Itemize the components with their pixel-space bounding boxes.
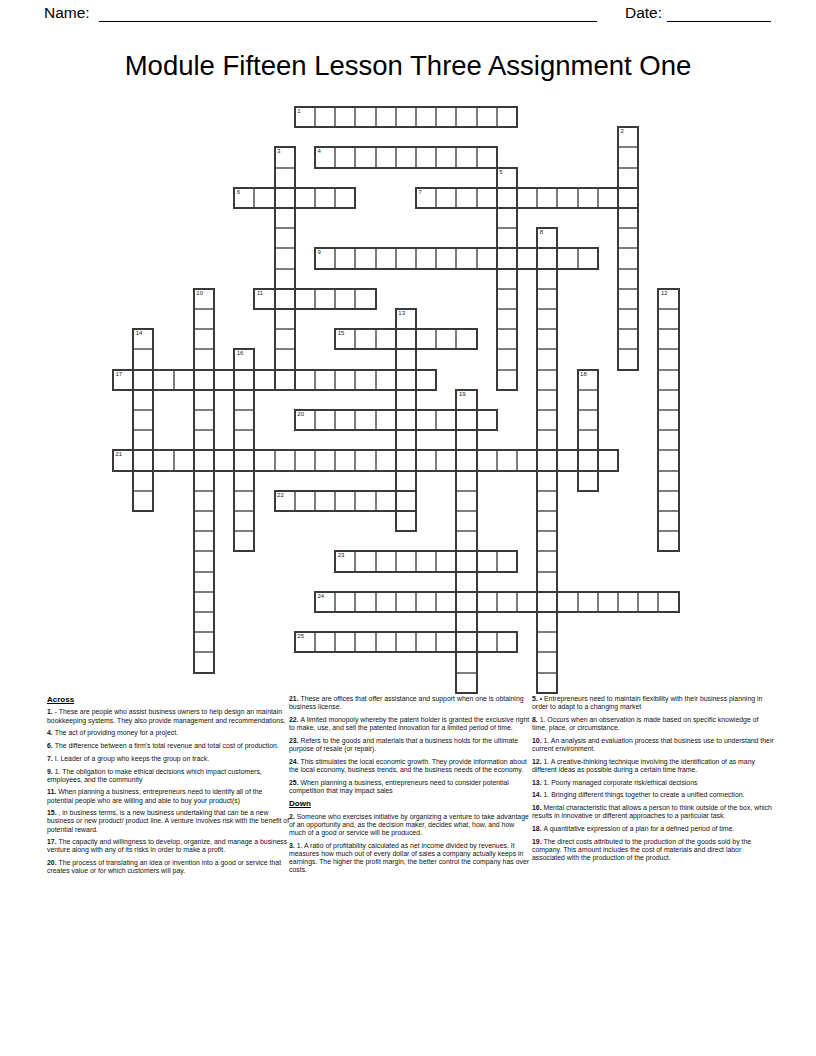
- clue-item: 25. When planning a business, entreprene…: [289, 779, 532, 795]
- grid-cell: [578, 188, 598, 208]
- grid-cell: [396, 107, 416, 127]
- grid-cell: [355, 592, 375, 612]
- grid-cell: [537, 572, 557, 592]
- grid-cell: [557, 188, 577, 208]
- grid-cell: [557, 592, 577, 612]
- grid-cell: [396, 450, 416, 470]
- grid-cell: [537, 632, 557, 652]
- cell-number: 16: [237, 350, 244, 357]
- grid-cell: [537, 269, 557, 289]
- cell-number: 12: [661, 290, 668, 297]
- clue-number: 11.: [47, 788, 58, 795]
- clue-number: 13.: [532, 779, 544, 786]
- grid-cell: [275, 349, 295, 369]
- cell-number: 2: [621, 128, 624, 135]
- grid-cell: [477, 248, 497, 268]
- grid-cell: [416, 551, 436, 571]
- grid-cell: [497, 309, 517, 329]
- clue-number: 6.: [47, 742, 55, 749]
- grid-cell: [275, 228, 295, 248]
- grid-cell: [214, 450, 234, 470]
- grid-cell: [194, 572, 214, 592]
- clue-number: 22.: [289, 716, 301, 723]
- cell-number: 4: [318, 148, 321, 155]
- clue-item: 8. 1. Occurs when an observation is made…: [532, 716, 775, 732]
- grid-cell: [477, 147, 497, 167]
- cell-number: 25: [297, 633, 304, 640]
- grid-cell: [416, 410, 436, 430]
- clue-number: 20.: [47, 859, 59, 866]
- grid-cell: [396, 390, 416, 410]
- grid-cell: [456, 551, 476, 571]
- grid-cell: [517, 450, 537, 470]
- grid-cell: [295, 491, 315, 511]
- grid-cell: [376, 329, 396, 349]
- grid-cell: [335, 450, 355, 470]
- grid-cell: [658, 511, 678, 531]
- grid-cell: [658, 592, 678, 612]
- grid-cell: [335, 248, 355, 268]
- grid-cell: [396, 147, 416, 167]
- grid-cell: [194, 390, 214, 410]
- grid-cell: [517, 188, 537, 208]
- grid-cell: [618, 147, 638, 167]
- grid-cell: [497, 632, 517, 652]
- grid-cell: [355, 248, 375, 268]
- grid-cell: [214, 370, 234, 390]
- grid-cell: [436, 551, 456, 571]
- clue-item: 14. 1. Bringing different things togethe…: [532, 791, 775, 799]
- grid-cell: [537, 390, 557, 410]
- cell-number: 21: [116, 451, 123, 458]
- clue-list-header: Down: [289, 799, 532, 808]
- grid-cell: [456, 652, 476, 672]
- grid-cell: [133, 390, 153, 410]
- clue-item: 15. , in business terms, is a new busine…: [47, 809, 290, 833]
- grid-cell: [537, 430, 557, 450]
- grid-cell: [477, 450, 497, 470]
- clue-number: 24.: [289, 758, 301, 765]
- grid-cell: [517, 248, 537, 268]
- grid-cell: 14: [133, 329, 153, 349]
- grid-cell: [315, 410, 335, 430]
- grid-cell: [436, 450, 456, 470]
- grid-cell: [355, 329, 375, 349]
- grid-cell: [133, 450, 153, 470]
- grid-cell: [618, 269, 638, 289]
- grid-cell: [658, 531, 678, 551]
- clue-number: 12.: [532, 758, 544, 765]
- grid-cell: [557, 248, 577, 268]
- clue-number: 18.: [532, 825, 544, 832]
- grid-cell: [537, 491, 557, 511]
- grid-cell: [275, 370, 295, 390]
- grid-cell: [537, 551, 557, 571]
- grid-cell: [537, 410, 557, 430]
- grid-cell: [436, 329, 456, 349]
- clue-number: 1.: [47, 708, 55, 715]
- grid-cell: 12: [658, 289, 678, 309]
- grid-cell: [497, 592, 517, 612]
- grid-cell: [658, 471, 678, 491]
- clue-item: 20. The process of translating an idea o…: [47, 859, 290, 875]
- grid-cell: [436, 248, 456, 268]
- grid-cell: 3: [275, 147, 295, 167]
- clue-item: 13. 1. Poorly managed corporate risk/eth…: [532, 779, 775, 787]
- clue-number: 17.: [47, 838, 59, 845]
- grid-cell: [618, 592, 638, 612]
- grid-cell: [275, 168, 295, 188]
- grid-cell: [456, 248, 476, 268]
- worksheet-page: Name: Date: Module Fifteen Lesson Three …: [0, 0, 816, 1056]
- grid-cell: [194, 612, 214, 632]
- grid-cell: [396, 491, 416, 511]
- grid-cell: [295, 370, 315, 390]
- grid-cell: [618, 248, 638, 268]
- clue-column-1: Across1. - These are people who assist b…: [47, 695, 290, 880]
- grid-cell: [275, 309, 295, 329]
- grid-cell: 6: [234, 188, 254, 208]
- grid-cell: [477, 551, 497, 571]
- grid-cell: [658, 390, 678, 410]
- grid-cell: 8: [537, 228, 557, 248]
- clue-number: 8.: [532, 716, 540, 723]
- grid-cell: [456, 450, 476, 470]
- grid-cell: [355, 410, 375, 430]
- grid-cell: [234, 491, 254, 511]
- clue-item: 7. I. Leader of a group who keeps the gr…: [47, 755, 290, 763]
- grid-cell: 5: [497, 168, 517, 188]
- grid-cell: [275, 248, 295, 268]
- grid-cell: 23: [335, 551, 355, 571]
- grid-cell: [254, 188, 274, 208]
- grid-cell: [537, 370, 557, 390]
- grid-cell: [578, 450, 598, 470]
- grid-cell: [295, 188, 315, 208]
- grid-cell: [456, 531, 476, 551]
- grid-cell: 21: [113, 450, 133, 470]
- grid-cell: [275, 329, 295, 349]
- grid-cell: [133, 471, 153, 491]
- grid-cell: [234, 370, 254, 390]
- grid-cell: [315, 491, 335, 511]
- cell-number: 20: [297, 411, 304, 418]
- clue-number: 23.: [289, 737, 301, 744]
- grid-cell: [477, 188, 497, 208]
- grid-cell: [194, 592, 214, 612]
- grid-cell: [315, 370, 335, 390]
- clue-number: 21.: [289, 695, 301, 702]
- grid-cell: [436, 147, 456, 167]
- grid-cell: [537, 511, 557, 531]
- grid-cell: [194, 410, 214, 430]
- clue-number: 19.: [532, 838, 544, 845]
- clue-item: 18. A quantitative expression of a plan …: [532, 825, 775, 833]
- grid-cell: [497, 551, 517, 571]
- grid-cell: [174, 450, 194, 470]
- grid-cell: 20: [295, 410, 315, 430]
- grid-cell: [456, 572, 476, 592]
- grid-cell: [376, 107, 396, 127]
- grid-cell: [335, 410, 355, 430]
- crossword-grid: 1234567891011121314151617181920212223242…: [113, 107, 681, 695]
- grid-cell: [578, 471, 598, 491]
- grid-cell: [416, 370, 436, 390]
- clue-item: 21. These are offices that offer assista…: [289, 695, 532, 711]
- grid-cell: [315, 632, 335, 652]
- clue-number: 3.: [289, 842, 297, 849]
- grid-cell: [537, 349, 557, 369]
- grid-cell: [194, 632, 214, 652]
- grid-cell: [658, 430, 678, 450]
- cell-number: 8: [540, 229, 543, 236]
- grid-cell: [497, 329, 517, 349]
- grid-cell: 16: [234, 349, 254, 369]
- grid-cell: [598, 592, 618, 612]
- grid-cell: [416, 107, 436, 127]
- grid-cell: [497, 450, 517, 470]
- grid-cell: [335, 370, 355, 390]
- grid-cell: 24: [315, 592, 335, 612]
- grid-cell: [355, 551, 375, 571]
- cell-number: 1: [297, 108, 300, 115]
- grid-cell: [537, 471, 557, 491]
- grid-cell: [598, 188, 618, 208]
- grid-cell: [618, 188, 638, 208]
- grid-cell: [376, 632, 396, 652]
- grid-cell: 22: [275, 491, 295, 511]
- grid-cell: [456, 107, 476, 127]
- grid-cell: [537, 612, 557, 632]
- grid-cell: [658, 370, 678, 390]
- clue-item: 19. The direct costs attributed to the p…: [532, 838, 775, 862]
- grid-cell: [497, 188, 517, 208]
- cell-number: 5: [499, 169, 502, 176]
- grid-cell: [234, 410, 254, 430]
- grid-cell: [153, 370, 173, 390]
- grid-cell: [335, 592, 355, 612]
- clue-item: 23. Refers to the goods and materials th…: [289, 737, 532, 753]
- cell-number: 6: [237, 189, 240, 196]
- grid-cell: [497, 269, 517, 289]
- grid-cell: [658, 349, 678, 369]
- cell-number: 24: [318, 593, 325, 600]
- grid-cell: [658, 450, 678, 470]
- grid-cell: [578, 248, 598, 268]
- grid-cell: [598, 450, 618, 470]
- grid-cell: [638, 592, 658, 612]
- grid-cell: [396, 410, 416, 430]
- grid-cell: [275, 269, 295, 289]
- cell-number: 22: [277, 492, 284, 499]
- grid-cell: [416, 450, 436, 470]
- grid-cell: [194, 349, 214, 369]
- grid-cell: [194, 370, 214, 390]
- grid-cell: [436, 632, 456, 652]
- grid-cell: [335, 491, 355, 511]
- cell-number: 3: [277, 148, 280, 155]
- grid-cell: [194, 652, 214, 672]
- grid-cell: [194, 471, 214, 491]
- grid-cell: [335, 289, 355, 309]
- grid-cell: [658, 410, 678, 430]
- cell-number: 19: [459, 391, 466, 398]
- grid-cell: [618, 289, 638, 309]
- grid-cell: [376, 450, 396, 470]
- grid-cell: 13: [396, 309, 416, 329]
- grid-cell: [618, 228, 638, 248]
- clue-item: 5. • Entrepreneurs need to maintain flex…: [532, 695, 775, 711]
- grid-cell: [456, 471, 476, 491]
- clue-number: 10.: [532, 737, 544, 744]
- grid-cell: 25: [295, 632, 315, 652]
- clue-number: 25.: [289, 779, 301, 786]
- grid-cell: [335, 147, 355, 167]
- clue-item: 9. 1. The obligation to make ethical dec…: [47, 768, 290, 784]
- grid-cell: [133, 491, 153, 511]
- grid-cell: [174, 370, 194, 390]
- grid-cell: [658, 309, 678, 329]
- grid-cell: 1: [295, 107, 315, 127]
- grid-cell: [396, 471, 416, 491]
- grid-cell: [477, 107, 497, 127]
- grid-cell: [194, 531, 214, 551]
- grid-cell: [376, 551, 396, 571]
- grid-cell: [396, 592, 416, 612]
- cell-number: 14: [136, 330, 143, 337]
- grid-cell: [537, 673, 557, 693]
- grid-cell: [578, 592, 598, 612]
- grid-cell: [618, 168, 638, 188]
- grid-cell: [578, 390, 598, 410]
- grid-cell: [315, 289, 335, 309]
- grid-cell: [456, 511, 476, 531]
- clue-item: 11. When planning a business, entreprene…: [47, 788, 290, 804]
- cell-number: 9: [318, 249, 321, 256]
- grid-cell: [396, 632, 416, 652]
- grid-cell: [234, 471, 254, 491]
- grid-cell: [456, 592, 476, 612]
- clue-item: 2. Someone who exercises initiative by o…: [289, 813, 532, 837]
- grid-cell: [456, 632, 476, 652]
- grid-cell: [396, 430, 416, 450]
- grid-cell: [376, 248, 396, 268]
- page-title: Module Fifteen Lesson Three Assignment O…: [0, 50, 816, 82]
- grid-cell: [335, 188, 355, 208]
- clue-number: 16.: [532, 804, 544, 811]
- cell-number: 13: [398, 310, 405, 317]
- grid-cell: [416, 248, 436, 268]
- cell-number: 23: [338, 552, 345, 559]
- grid-cell: [133, 349, 153, 369]
- grid-cell: [497, 349, 517, 369]
- grid-cell: [234, 390, 254, 410]
- grid-cell: [497, 289, 517, 309]
- cell-number: 18: [580, 371, 587, 378]
- clue-item: 3. 1. A ratio of profitability calculate…: [289, 842, 532, 875]
- clue-item: 24. This stimulates the local economic g…: [289, 758, 532, 774]
- grid-cell: [416, 592, 436, 612]
- grid-cell: [133, 430, 153, 450]
- grid-cell: [477, 632, 497, 652]
- grid-cell: [194, 511, 214, 531]
- grid-cell: [295, 289, 315, 309]
- clue-number: 14.: [532, 791, 544, 798]
- grid-cell: 15: [335, 329, 355, 349]
- grid-cell: [376, 491, 396, 511]
- grid-cell: [275, 188, 295, 208]
- grid-cell: [396, 349, 416, 369]
- clue-column-2: 21. These are offices that offer assista…: [289, 695, 532, 879]
- grid-cell: [194, 491, 214, 511]
- grid-cell: [355, 147, 375, 167]
- grid-cell: [335, 632, 355, 652]
- grid-cell: [497, 107, 517, 127]
- grid-cell: [194, 450, 214, 470]
- grid-cell: [254, 450, 274, 470]
- clue-item: 12. 1. A creative-thinking technique inv…: [532, 758, 775, 774]
- grid-cell: [194, 430, 214, 450]
- grid-cell: [497, 208, 517, 228]
- grid-cell: [497, 228, 517, 248]
- clue-number: 4.: [47, 729, 55, 736]
- grid-cell: [355, 289, 375, 309]
- cell-number: 7: [419, 189, 422, 196]
- grid-cell: [537, 652, 557, 672]
- cell-number: 15: [338, 330, 345, 337]
- grid-cell: 11: [254, 289, 274, 309]
- grid-cell: [295, 450, 315, 470]
- name-label: Name:: [44, 4, 90, 22]
- grid-cell: [396, 511, 416, 531]
- grid-cell: [396, 329, 416, 349]
- clue-item: 16. Mental characteristic that allows a …: [532, 804, 775, 820]
- grid-cell: [436, 188, 456, 208]
- grid-cell: [396, 248, 416, 268]
- grid-cell: [133, 410, 153, 430]
- grid-cell: [537, 531, 557, 551]
- grid-cell: [355, 491, 375, 511]
- grid-cell: [275, 289, 295, 309]
- grid-cell: 4: [315, 147, 335, 167]
- grid-cell: [315, 450, 335, 470]
- grid-cell: [618, 309, 638, 329]
- clue-item: 10. 1. An analysis and evaluation proces…: [532, 737, 775, 753]
- clue-item: 17. The capacity and willingness to deve…: [47, 838, 290, 854]
- grid-cell: [275, 208, 295, 228]
- grid-cell: [456, 612, 476, 632]
- grid-cell: [153, 450, 173, 470]
- grid-cell: [658, 329, 678, 349]
- clue-number: 15.: [47, 809, 59, 816]
- grid-cell: [557, 450, 577, 470]
- grid-cell: [497, 248, 517, 268]
- grid-cell: [517, 592, 537, 612]
- grid-cell: [133, 370, 153, 390]
- grid-cell: [376, 410, 396, 430]
- grid-cell: [396, 551, 416, 571]
- grid-cell: 19: [456, 390, 476, 410]
- cell-number: 10: [196, 290, 203, 297]
- grid-cell: 17: [113, 370, 133, 390]
- grid-cell: [537, 309, 557, 329]
- grid-cell: [477, 592, 497, 612]
- grid-cell: [537, 248, 557, 268]
- grid-cell: [456, 430, 476, 450]
- grid-cell: [537, 450, 557, 470]
- grid-cell: [456, 329, 476, 349]
- grid-cell: [456, 188, 476, 208]
